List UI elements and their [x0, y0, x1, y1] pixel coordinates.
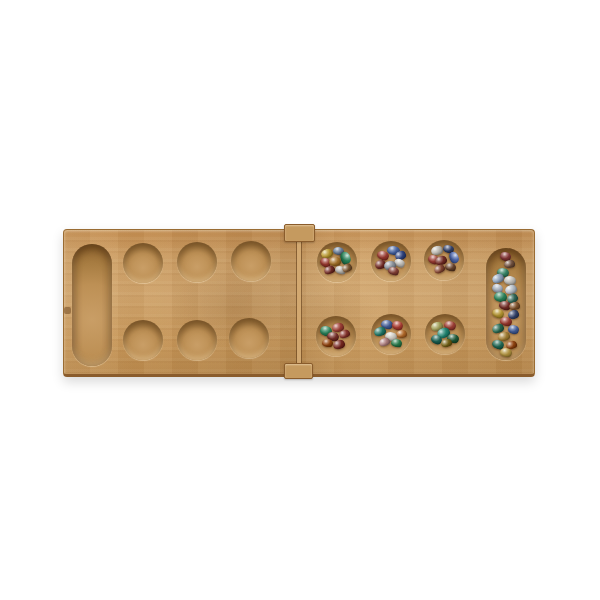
store-left [72, 244, 112, 366]
pit-right-bottom-2[interactable] [371, 314, 411, 354]
pit-left-bottom-3[interactable] [229, 318, 269, 358]
product-photo [0, 0, 600, 600]
pit-left-bottom-2[interactable] [177, 320, 217, 360]
top-hinge [284, 224, 315, 242]
pit-right-bottom-1[interactable] [316, 316, 356, 356]
store-right [486, 248, 526, 360]
gemstone [387, 266, 400, 277]
gemstone [503, 275, 516, 286]
pit-left-top-3[interactable] [231, 241, 271, 281]
gemstone [444, 262, 456, 272]
pit-left-bottom-1[interactable] [123, 320, 163, 360]
center-fold-seam [296, 230, 302, 374]
pit-left-top-1[interactable] [123, 243, 163, 283]
gemstone [432, 263, 445, 275]
gemstone [321, 339, 333, 348]
pit-right-top-3[interactable] [424, 240, 464, 280]
gemstone [377, 336, 390, 347]
gemstone [390, 338, 402, 348]
side-latch [64, 307, 71, 314]
bottom-hinge [284, 363, 313, 379]
gemstone [329, 257, 341, 266]
pit-left-top-2[interactable] [177, 242, 217, 282]
pit-right-bottom-3[interactable] [425, 314, 465, 354]
pit-right-top-1[interactable] [317, 242, 357, 282]
pit-right-top-2[interactable] [371, 241, 411, 281]
